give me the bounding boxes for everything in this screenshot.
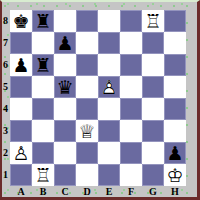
square-e2[interactable] <box>98 142 120 164</box>
rank-label-4: 4 <box>1 98 10 120</box>
rank-label-5: 5 <box>1 76 10 98</box>
square-e3[interactable] <box>98 120 120 142</box>
rank-label-1: 1 <box>1 164 10 186</box>
file-label-g: G <box>142 186 164 197</box>
square-a8[interactable]: ♚ <box>10 10 32 32</box>
square-h8[interactable] <box>164 10 186 32</box>
square-h5[interactable] <box>164 76 186 98</box>
white-rook[interactable]: ♜♖ <box>144 10 161 32</box>
square-f2[interactable] <box>120 142 142 164</box>
square-g7[interactable] <box>142 32 164 54</box>
black-queen[interactable]: ♛ <box>56 76 73 98</box>
square-c6[interactable] <box>54 54 76 76</box>
square-e6[interactable] <box>98 54 120 76</box>
square-d8[interactable] <box>76 10 98 32</box>
square-c2[interactable] <box>54 142 76 164</box>
square-a3[interactable] <box>10 120 32 142</box>
square-c4[interactable] <box>54 98 76 120</box>
black-pawn[interactable]: ♟ <box>12 54 29 76</box>
white-rook[interactable]: ♜♖ <box>34 164 51 186</box>
square-b5[interactable] <box>32 76 54 98</box>
square-g5[interactable] <box>142 76 164 98</box>
white-pawn[interactable]: ♟♙ <box>12 142 29 164</box>
square-a2[interactable]: ♟♙ <box>10 142 32 164</box>
square-a1[interactable] <box>10 164 32 186</box>
file-label-a: A <box>10 186 32 197</box>
black-rook[interactable]: ♜ <box>34 10 51 32</box>
square-e5[interactable]: ♟♙ <box>98 76 120 98</box>
square-b6[interactable]: ♜ <box>32 54 54 76</box>
square-d2[interactable] <box>76 142 98 164</box>
square-d6[interactable] <box>76 54 98 76</box>
square-b8[interactable]: ♜ <box>32 10 54 32</box>
file-label-f: F <box>120 186 142 197</box>
square-f3[interactable] <box>120 120 142 142</box>
square-f5[interactable] <box>120 76 142 98</box>
white-queen[interactable]: ♛♕ <box>78 120 95 142</box>
rank-label-6: 6 <box>1 54 10 76</box>
square-g6[interactable] <box>142 54 164 76</box>
square-c7[interactable]: ♟ <box>54 32 76 54</box>
file-label-b: B <box>32 186 54 197</box>
square-e7[interactable] <box>98 32 120 54</box>
white-pawn[interactable]: ♟♙ <box>100 76 117 98</box>
square-h3[interactable] <box>164 120 186 142</box>
black-rook[interactable]: ♜ <box>34 54 51 76</box>
square-a7[interactable] <box>10 32 32 54</box>
square-b7[interactable] <box>32 32 54 54</box>
square-e1[interactable] <box>98 164 120 186</box>
square-g2[interactable] <box>142 142 164 164</box>
rank-label-7: 7 <box>1 32 10 54</box>
file-label-e: E <box>98 186 120 197</box>
square-a4[interactable] <box>10 98 32 120</box>
square-g1[interactable] <box>142 164 164 186</box>
square-h7[interactable] <box>164 32 186 54</box>
square-d4[interactable] <box>76 98 98 120</box>
white-rook-outline: ♖ <box>144 10 161 32</box>
square-g8[interactable]: ♜♖ <box>142 10 164 32</box>
square-f4[interactable] <box>120 98 142 120</box>
square-a6[interactable]: ♟ <box>10 54 32 76</box>
file-label-c: C <box>54 186 76 197</box>
square-g3[interactable] <box>142 120 164 142</box>
white-king-outline: ♔ <box>166 164 183 186</box>
square-b4[interactable] <box>32 98 54 120</box>
white-rook-outline: ♖ <box>34 164 51 186</box>
rank-label-2: 2 <box>1 142 10 164</box>
square-b3[interactable] <box>32 120 54 142</box>
square-f8[interactable] <box>120 10 142 32</box>
file-label-d: D <box>76 186 98 197</box>
chess-board: ♚♜♜♖♟♟♜♛♟♙♛♕♟♙♟♜♖♚♔ <box>10 10 186 186</box>
square-b1[interactable]: ♜♖ <box>32 164 54 186</box>
square-f1[interactable] <box>120 164 142 186</box>
black-king[interactable]: ♚ <box>12 10 29 32</box>
square-a5[interactable] <box>10 76 32 98</box>
square-h4[interactable] <box>164 98 186 120</box>
square-d1[interactable] <box>76 164 98 186</box>
white-king[interactable]: ♚♔ <box>166 164 183 186</box>
square-d3[interactable]: ♛♕ <box>76 120 98 142</box>
square-d7[interactable] <box>76 32 98 54</box>
square-d5[interactable] <box>76 76 98 98</box>
rank-label-8: 8 <box>1 10 10 32</box>
square-c5[interactable]: ♛ <box>54 76 76 98</box>
square-b2[interactable] <box>32 142 54 164</box>
white-queen-outline: ♕ <box>78 120 95 142</box>
white-pawn-outline: ♙ <box>12 142 29 164</box>
black-pawn[interactable]: ♟ <box>166 142 183 164</box>
square-g4[interactable] <box>142 98 164 120</box>
black-pawn[interactable]: ♟ <box>56 32 73 54</box>
square-h6[interactable] <box>164 54 186 76</box>
square-e4[interactable] <box>98 98 120 120</box>
board-frame: 87654321 ♚♜♜♖♟♟♜♛♟♙♛♕♟♙♟♜♖♚♔ ABCDEFGH <box>0 0 200 200</box>
rank-label-3: 3 <box>1 120 10 142</box>
square-f6[interactable] <box>120 54 142 76</box>
file-label-h: H <box>164 186 186 197</box>
square-h1[interactable]: ♚♔ <box>164 164 186 186</box>
file-labels: ABCDEFGH <box>10 186 186 197</box>
square-c3[interactable] <box>54 120 76 142</box>
square-c8[interactable] <box>54 10 76 32</box>
square-h2[interactable]: ♟ <box>164 142 186 164</box>
square-f7[interactable] <box>120 32 142 54</box>
white-pawn-outline: ♙ <box>100 76 117 98</box>
rank-labels: 87654321 <box>1 10 10 186</box>
square-e8[interactable] <box>98 10 120 32</box>
square-c1[interactable] <box>54 164 76 186</box>
